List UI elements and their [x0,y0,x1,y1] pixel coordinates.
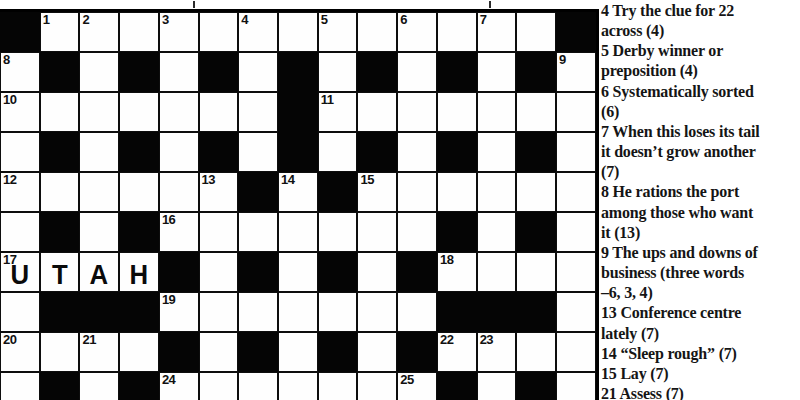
grid-cell-black [238,172,278,212]
grid-cell[interactable] [556,172,596,212]
grid-cell-black [278,132,318,172]
grid-cell[interactable] [278,292,318,332]
grid-cell[interactable] [199,212,239,252]
grid-cell[interactable]: 15 [357,172,397,212]
clue-line: 13 Conference centre [601,302,800,322]
filled-letter: A [82,253,117,291]
clue-line: 15 Lay (7) [601,363,800,383]
grid-cell[interactable] [238,52,278,92]
grid-cell-black [516,132,556,172]
grid-cell[interactable] [477,212,517,252]
grid-cell-black [119,212,159,252]
grid-cell[interactable]: 23 [477,332,517,372]
filled-letter: H [122,253,157,291]
grid-cell-black [79,292,119,332]
grid-cell[interactable] [0,212,40,252]
grid-cell-black [199,132,239,172]
grid-cell[interactable]: 13 [199,172,239,212]
cropped-text-remnant [489,1,491,8]
clue-number: 15 [360,172,373,187]
grid-cell[interactable] [357,12,397,52]
grid-cell[interactable] [397,92,437,132]
clue-number: 8 [3,52,10,67]
grid-cell[interactable] [199,252,239,292]
clue-line: lately (7) [601,323,800,343]
clue-number: 5 [321,12,328,27]
grid-cell[interactable]: 8 [0,52,40,92]
grid-cell[interactable] [437,12,477,52]
grid-cell[interactable] [477,52,517,92]
clue-number: 24 [162,372,175,387]
grid-cell-black [357,132,397,172]
clue-number: 14 [281,172,294,187]
grid-cell[interactable]: 9 [556,52,596,92]
clue-number: 16 [162,212,175,227]
grid-cell[interactable] [159,172,199,212]
grid-cell-black [159,252,199,292]
grid-cell[interactable] [159,132,199,172]
clue-number: 13 [202,172,215,187]
grid-cell[interactable]: 1 [40,12,80,52]
clue-line: 4 Try the clue for 22 [601,0,800,20]
grid-cell[interactable] [159,92,199,132]
grid-cell-black [119,292,159,332]
clue-number: 7 [480,12,487,27]
clue-line: among those who want [601,202,800,222]
cropped-header-strip [0,0,600,9]
grid-cell-black [40,212,80,252]
grid-cell[interactable]: 25 [397,372,437,400]
clue-number: 2 [82,12,89,27]
clue-line: business (three words [601,262,800,282]
grid-cell[interactable] [357,372,397,400]
grid-cell[interactable]: 18 [437,252,477,292]
grid-cell[interactable] [477,172,517,212]
grid-cell-black [119,52,159,92]
grid-cell[interactable] [278,12,318,52]
grid-cell-black [477,292,517,332]
grid-cell[interactable] [357,212,397,252]
grid-cell[interactable] [199,332,239,372]
grid-cell-black [437,372,477,400]
grid-cell[interactable]: 7 [477,12,517,52]
grid-cell[interactable]: 16 [159,212,199,252]
grid-cell-black [516,292,556,332]
grid-cell[interactable] [40,332,80,372]
clue-number: 12 [3,172,16,187]
grid-cell[interactable]: 21 [79,332,119,372]
grid-cell[interactable] [278,212,318,252]
grid-cell[interactable]: 14 [278,172,318,212]
grid-cell[interactable]: 6 [397,12,437,52]
grid-cell-black [40,52,80,92]
grid-cell[interactable] [318,292,358,332]
grid-cell[interactable] [199,92,239,132]
grid-cell[interactable] [119,172,159,212]
clue-number: 6 [400,12,407,27]
grid-cell-black [437,292,477,332]
grid-cell-black [40,292,80,332]
grid-cell[interactable] [556,372,596,400]
grid-cell[interactable] [357,292,397,332]
grid-cell-black [278,52,318,92]
clue-number: 11 [321,92,334,107]
grid-cell-black [437,212,477,252]
grid-cell-black [516,52,556,92]
grid-cell[interactable] [556,332,596,372]
grid-cell[interactable] [238,132,278,172]
grid-cell[interactable] [40,92,80,132]
grid-cell[interactable] [199,12,239,52]
grid-cell[interactable]: 5 [318,12,358,52]
grid-cell[interactable] [437,172,477,212]
grid-cell[interactable] [0,372,40,400]
grid-cell-black [119,372,159,400]
grid-cell-black [199,52,239,92]
grid-cell-black [397,252,437,292]
clue-number: 21 [82,332,95,347]
grid-cell-black [437,52,477,92]
grid-cell-black [357,52,397,92]
grid-cell-black [119,132,159,172]
grid-cell[interactable]: 2 [79,12,119,52]
clue-number: 23 [480,332,493,347]
grid-cell[interactable] [516,252,556,292]
grid-cell[interactable] [477,372,517,400]
grid-cell[interactable]: 3 [159,12,199,52]
grid-cell[interactable] [119,12,159,52]
grid-cell[interactable] [556,252,596,292]
grid-cell[interactable] [556,132,596,172]
grid-cell[interactable] [357,332,397,372]
grid-cell[interactable] [278,252,318,292]
grid-cell[interactable] [278,332,318,372]
grid-cell-black [556,12,596,52]
clue-line: 6 Systematically sorted [601,81,800,101]
grid-cell[interactable]: 17U [0,252,40,292]
clue-number: 22 [440,332,453,347]
grid-cell[interactable] [40,172,80,212]
grid-cell[interactable] [357,92,397,132]
clue-line: 8 He rations the port [601,181,800,201]
clue-line: –6, 3, 4) [601,282,800,302]
clue-number: 10 [3,92,16,107]
grid-cell[interactable] [397,172,437,212]
down-clues-panel: 4 Try the clue for 22across (4)5 Derby w… [601,0,800,400]
grid-cell[interactable] [79,92,119,132]
grid-cell[interactable] [437,92,477,132]
grid-cell[interactable] [477,132,517,172]
grid-cell[interactable] [556,212,596,252]
grid-cell[interactable] [238,372,278,400]
grid-cell[interactable] [278,372,318,400]
grid-cell[interactable] [79,132,119,172]
grid-cell[interactable]: 19 [159,292,199,332]
grid-cell[interactable]: 10 [0,92,40,132]
clue-number: 3 [162,12,169,27]
grid-cell[interactable] [477,252,517,292]
grid-cell[interactable] [79,52,119,92]
clue-line: 7 When this loses its tail [601,121,800,141]
clue-line: it doesn’t grow another [601,141,800,161]
grid-cell[interactable]: 22 [437,332,477,372]
grid-cell-black [40,372,80,400]
grid-cell[interactable]: 24 [159,372,199,400]
clue-number: 19 [162,292,175,307]
grid-cell[interactable] [357,252,397,292]
grid-cell-black [159,332,199,372]
grid-cell-black [318,332,358,372]
crossword-grid: 1234567891011121314151617UTAH18192021222… [0,9,599,400]
clue-line: 5 Derby winner or [601,40,800,60]
grid-cell-black [397,332,437,372]
clue-line: preposition (4) [601,60,800,80]
grid-cell[interactable] [516,92,556,132]
grid-cell[interactable]: 11 [318,92,358,132]
grid-cell[interactable] [397,52,437,92]
clue-line: 14 “Sleep rough” (7) [601,343,800,363]
grid-cell[interactable] [238,92,278,132]
cropped-text-remnant [193,1,195,8]
clue-number: 1 [43,12,50,27]
clue-number: 4 [241,12,248,27]
grid-cell[interactable] [477,92,517,132]
grid-cell[interactable] [238,292,278,332]
grid-cell[interactable] [199,292,239,332]
grid-cell[interactable] [79,372,119,400]
grid-cell[interactable] [119,92,159,132]
grid-cell-black [318,172,358,212]
grid-cell[interactable] [397,292,437,332]
filled-letter: U [3,253,38,291]
grid-cell[interactable] [516,172,556,212]
grid-cell[interactable] [199,372,239,400]
filled-letter: T [42,253,77,291]
grid-cell-black [516,212,556,252]
grid-cell[interactable] [318,212,358,252]
clue-number: 9 [559,52,566,67]
grid-cell-black [516,372,556,400]
clue-line: 21 Assess (7) [601,383,800,400]
grid-cell[interactable] [318,372,358,400]
grid-cell-black [278,92,318,132]
clue-number: 25 [400,372,413,387]
grid-cell[interactable] [397,132,437,172]
grid-cell[interactable] [159,52,199,92]
grid-cell[interactable] [79,172,119,212]
grid-cell[interactable]: 20 [0,332,40,372]
grid-cell-black [238,332,278,372]
grid-cell[interactable] [79,212,119,252]
grid-cell-black [0,12,40,52]
grid-cell[interactable] [0,132,40,172]
grid-cell[interactable] [238,212,278,252]
grid-cell[interactable]: H [119,252,159,292]
clue-line: across (4) [601,20,800,40]
grid-cell[interactable]: A [79,252,119,292]
grid-cell-black [40,132,80,172]
grid-cell[interactable] [397,212,437,252]
clue-number: 18 [440,252,453,267]
grid-cell[interactable] [516,332,556,372]
grid-cell[interactable]: 4 [238,12,278,52]
grid-cell[interactable] [318,52,358,92]
clue-line: it (13) [601,222,800,242]
grid-cell[interactable] [556,92,596,132]
grid-cell[interactable]: 12 [0,172,40,212]
grid-cell[interactable] [516,12,556,52]
clue-line: (6) [601,101,800,121]
grid-cell[interactable]: T [40,252,80,292]
grid-cell[interactable] [0,292,40,332]
grid-cell[interactable] [318,132,358,172]
grid-cell[interactable] [556,292,596,332]
grid-cell-black [238,252,278,292]
grid-cell-black [318,252,358,292]
clue-number: 20 [3,332,16,347]
clue-line: 9 The ups and downs of [601,242,800,262]
clue-line: (7) [601,161,800,181]
grid-cell-black [437,132,477,172]
grid-cell[interactable] [119,332,159,372]
